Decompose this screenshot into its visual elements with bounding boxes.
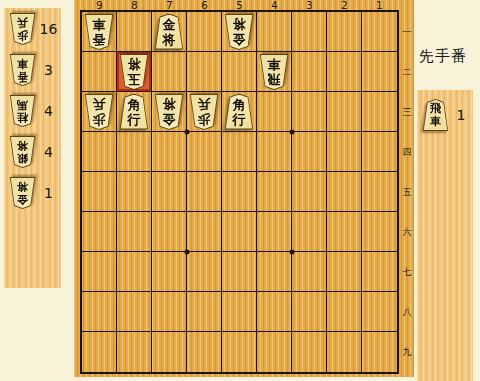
square-1-7[interactable]	[362, 252, 397, 292]
rank-label: 九	[400, 332, 414, 372]
gote-hand-row-3: 銀将4	[4, 131, 61, 172]
square-2-3[interactable]	[327, 92, 362, 132]
star-point	[185, 250, 190, 255]
square-5-2[interactable]	[222, 52, 257, 92]
piece-sente-7-1[interactable]: 金将	[154, 14, 184, 50]
square-4-4[interactable]	[257, 132, 292, 172]
square-7-7[interactable]	[152, 252, 187, 292]
square-8-9[interactable]	[117, 332, 152, 372]
square-6-1[interactable]	[187, 12, 222, 52]
square-6-8[interactable]	[187, 292, 222, 332]
square-3-7[interactable]	[292, 252, 327, 292]
square-6-5[interactable]	[187, 172, 222, 212]
square-4-3[interactable]	[257, 92, 292, 132]
gote-hand-row-0: 歩兵16	[4, 8, 61, 49]
square-8-7[interactable]	[117, 252, 152, 292]
turn-indicator: 先手番	[419, 47, 475, 66]
square-6-9[interactable]	[187, 332, 222, 372]
rank-labels: 一二三四五六七八九	[400, 12, 414, 372]
piece-kanji: 金	[163, 17, 176, 32]
piece-kanji: 金	[163, 112, 176, 127]
square-4-9[interactable]	[257, 332, 292, 372]
square-8-1[interactable]	[117, 12, 152, 52]
piece-kanji: 香	[93, 32, 106, 47]
rank-label: 六	[400, 212, 414, 252]
piece-kanji: 兵	[17, 16, 28, 29]
square-3-4[interactable]	[292, 132, 327, 172]
piece-kanji: 兵	[198, 97, 211, 112]
gote-hand-row-2: 桂馬4	[4, 90, 61, 131]
star-point	[185, 130, 190, 135]
square-9-7[interactable]	[82, 252, 117, 292]
square-5-9[interactable]	[222, 332, 257, 372]
piece-kanji: 玉	[128, 72, 141, 87]
piece-face: 歩兵	[190, 95, 218, 129]
piece-kanji: 金	[17, 193, 28, 206]
piece-kanji: 角	[128, 97, 141, 112]
rank-label: 八	[400, 292, 414, 332]
piece-kanji: 行	[128, 112, 141, 127]
star-point	[290, 250, 295, 255]
square-2-9[interactable]	[327, 332, 362, 372]
piece-kanji: 飛	[430, 102, 441, 115]
gote-hand-count-0: 16	[36, 21, 61, 37]
piece-gote-9-3[interactable]: 歩兵	[84, 94, 114, 130]
piece-sente-hand-0[interactable]: 飛車	[422, 99, 449, 131]
board-grid: 香車金将金将玉将飛車歩兵角行金将歩兵角行	[82, 12, 397, 372]
piece-gote-hand-1[interactable]: 香車	[9, 54, 36, 86]
piece-face: 金将	[155, 95, 183, 129]
square-4-6[interactable]	[257, 212, 292, 252]
file-label: 2	[327, 0, 362, 12]
piece-gote-4-2[interactable]: 飛車	[259, 54, 289, 90]
square-1-2[interactable]	[362, 52, 397, 92]
piece-gote-5-1[interactable]: 金将	[224, 14, 254, 50]
square-2-6[interactable]	[327, 212, 362, 252]
piece-face: 角行	[225, 95, 253, 129]
square-6-3[interactable]: 歩兵	[187, 92, 222, 132]
piece-kanji: 車	[430, 115, 441, 128]
piece-gote-hand-4[interactable]: 金将	[9, 177, 36, 209]
rank-label: 三	[400, 92, 414, 132]
piece-face: 歩兵	[85, 95, 113, 129]
piece-face: 金将	[155, 15, 183, 49]
piece-face: 角行	[120, 95, 148, 129]
file-label: 6	[187, 0, 222, 12]
piece-kanji: 歩	[93, 112, 106, 127]
square-5-1[interactable]: 金将	[222, 12, 257, 52]
piece-kanji: 車	[268, 57, 281, 72]
square-1-8[interactable]	[362, 292, 397, 332]
piece-kanji: 将	[17, 139, 28, 152]
gote-hand-count-4: 1	[36, 185, 61, 201]
piece-kanji: 将	[163, 97, 176, 112]
square-7-8[interactable]	[152, 292, 187, 332]
piece-kanji: 馬	[17, 98, 28, 111]
square-3-6[interactable]	[292, 212, 327, 252]
square-5-4[interactable]	[222, 132, 257, 172]
piece-kanji: 銀	[17, 152, 28, 165]
piece-kanji: 将	[233, 17, 246, 32]
gote-hand-row-1: 香車3	[4, 49, 61, 90]
square-2-4[interactable]	[327, 132, 362, 172]
square-3-1[interactable]	[292, 12, 327, 52]
square-1-5[interactable]	[362, 172, 397, 212]
gote-hand-count-2: 4	[36, 103, 61, 119]
square-9-4[interactable]	[82, 132, 117, 172]
square-8-6[interactable]	[117, 212, 152, 252]
sente-hand-count-0: 1	[449, 107, 473, 123]
square-4-2[interactable]: 飛車	[257, 52, 292, 92]
piece-kanji: 歩	[198, 112, 211, 127]
gote-hand-tray: 歩兵16香車3桂馬4銀将4金将1	[4, 8, 61, 288]
board-grid-frame: 香車金将金将玉将飛車歩兵角行金将歩兵角行	[82, 12, 397, 372]
square-8-5[interactable]	[117, 172, 152, 212]
piece-gote-6-3[interactable]: 歩兵	[189, 94, 219, 130]
square-2-7[interactable]	[327, 252, 362, 292]
square-3-3[interactable]	[292, 92, 327, 132]
square-4-8[interactable]	[257, 292, 292, 332]
square-7-3[interactable]: 金将	[152, 92, 187, 132]
rank-label: 五	[400, 172, 414, 212]
piece-kanji: 将	[128, 57, 141, 72]
square-3-2[interactable]	[292, 52, 327, 92]
piece-kanji: 車	[17, 57, 28, 70]
square-1-6[interactable]	[362, 212, 397, 252]
piece-gote-9-1[interactable]: 香車	[84, 14, 114, 50]
piece-kanji: 将	[17, 180, 28, 193]
square-5-8[interactable]	[222, 292, 257, 332]
square-7-6[interactable]	[152, 212, 187, 252]
square-9-5[interactable]	[82, 172, 117, 212]
square-3-5[interactable]	[292, 172, 327, 212]
square-2-5[interactable]	[327, 172, 362, 212]
square-7-1[interactable]: 金将	[152, 12, 187, 52]
piece-gote-hand-2[interactable]: 桂馬	[9, 95, 36, 127]
square-4-5[interactable]	[257, 172, 292, 212]
square-6-7[interactable]	[187, 252, 222, 292]
square-6-4[interactable]	[187, 132, 222, 172]
piece-face: 香車	[85, 15, 113, 49]
piece-gote-7-3[interactable]: 金将	[154, 94, 184, 130]
square-8-4[interactable]	[117, 132, 152, 172]
square-3-8[interactable]	[292, 292, 327, 332]
rank-label: 一	[400, 12, 414, 52]
star-point	[290, 130, 295, 135]
piece-face: 金将	[225, 15, 253, 49]
piece-kanji: 車	[93, 17, 106, 32]
square-4-1[interactable]	[257, 12, 292, 52]
piece-gote-hand-0[interactable]: 歩兵	[9, 13, 36, 45]
square-6-6[interactable]	[187, 212, 222, 252]
square-7-4[interactable]	[152, 132, 187, 172]
square-2-2[interactable]	[327, 52, 362, 92]
square-5-3[interactable]: 角行	[222, 92, 257, 132]
square-8-8[interactable]	[117, 292, 152, 332]
square-9-8[interactable]	[82, 292, 117, 332]
square-9-6[interactable]	[82, 212, 117, 252]
square-1-1[interactable]	[362, 12, 397, 52]
gote-hand-count-3: 4	[36, 144, 61, 160]
rank-label: 七	[400, 252, 414, 292]
square-4-7[interactable]	[257, 252, 292, 292]
square-8-2[interactable]: 玉将	[117, 52, 152, 92]
square-6-2[interactable]	[187, 52, 222, 92]
file-label: 5	[222, 0, 257, 12]
square-1-9[interactable]	[362, 332, 397, 372]
file-label: 7	[152, 0, 187, 12]
square-9-3[interactable]: 歩兵	[82, 92, 117, 132]
piece-kanji: 歩	[17, 29, 28, 42]
file-label: 1	[362, 0, 397, 12]
piece-kanji: 金	[233, 32, 246, 47]
square-7-9[interactable]	[152, 332, 187, 372]
sente-hand-tray: 飛車1	[417, 90, 473, 381]
square-9-1[interactable]: 香車	[82, 12, 117, 52]
shogi-board: 987654321 香車金将金将玉将飛車歩兵角行金将歩兵角行 一二三四五六七八九	[74, 0, 414, 377]
square-9-9[interactable]	[82, 332, 117, 372]
file-label: 4	[257, 0, 292, 12]
square-3-9[interactable]	[292, 332, 327, 372]
file-label: 3	[292, 0, 327, 12]
sente-hand-row-0: 飛車1	[417, 90, 473, 134]
square-8-3[interactable]: 角行	[117, 92, 152, 132]
file-labels: 987654321	[82, 0, 397, 12]
square-1-4[interactable]	[362, 132, 397, 172]
piece-kanji: 桂	[17, 111, 28, 124]
piece-kanji: 兵	[93, 97, 106, 112]
piece-gote-hand-3[interactable]: 銀将	[9, 136, 36, 168]
piece-face: 飛車	[260, 55, 288, 89]
file-label: 9	[82, 0, 117, 12]
square-1-3[interactable]	[362, 92, 397, 132]
piece-face: 玉将	[120, 55, 148, 89]
rank-label: 二	[400, 52, 414, 92]
square-7-2[interactable]	[152, 52, 187, 92]
rank-label: 四	[400, 132, 414, 172]
piece-kanji: 香	[17, 70, 28, 83]
square-5-6[interactable]	[222, 212, 257, 252]
file-label: 8	[117, 0, 152, 12]
piece-gote-8-2[interactable]: 玉将	[119, 54, 149, 90]
square-5-7[interactable]	[222, 252, 257, 292]
square-5-5[interactable]	[222, 172, 257, 212]
piece-kanji: 行	[233, 112, 246, 127]
square-9-2[interactable]	[82, 52, 117, 92]
piece-kanji: 将	[163, 32, 176, 47]
piece-sente-8-3[interactable]: 角行	[119, 94, 149, 130]
gote-hand-row-4: 金将1	[4, 172, 61, 213]
piece-kanji: 飛	[268, 72, 281, 87]
square-2-8[interactable]	[327, 292, 362, 332]
square-2-1[interactable]	[327, 12, 362, 52]
square-7-5[interactable]	[152, 172, 187, 212]
piece-sente-5-3[interactable]: 角行	[224, 94, 254, 130]
gote-hand-count-1: 3	[36, 62, 61, 78]
piece-kanji: 角	[233, 97, 246, 112]
